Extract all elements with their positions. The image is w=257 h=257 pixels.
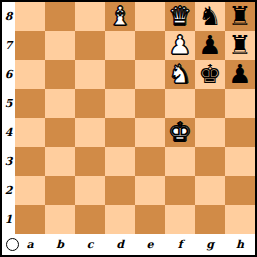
- square-g1[interactable]: [195, 205, 225, 234]
- white-knight-f6[interactable]: ♞: [168, 61, 191, 87]
- square-b1[interactable]: [45, 205, 75, 234]
- square-g7[interactable]: ♟: [195, 31, 225, 60]
- file-label-c: c: [75, 234, 105, 255]
- square-g2[interactable]: [195, 176, 225, 205]
- rank-label-6: 6: [2, 60, 15, 89]
- square-e4[interactable]: [135, 118, 165, 147]
- chess-diagram: 87654321 ♝♛♞♜♟♟♜♞♚♟♚ abcdefgh: [0, 0, 257, 257]
- black-king-g6[interactable]: ♚: [198, 61, 221, 87]
- square-h6[interactable]: ♟: [225, 60, 255, 89]
- square-g8[interactable]: ♞: [195, 2, 225, 31]
- square-f5[interactable]: [165, 89, 195, 118]
- black-rook-h7[interactable]: ♜: [228, 32, 251, 58]
- square-a8[interactable]: [15, 2, 45, 31]
- square-f1[interactable]: [165, 205, 195, 234]
- rank-label-8: 8: [2, 2, 15, 31]
- square-g5[interactable]: [195, 89, 225, 118]
- square-f7[interactable]: ♟: [165, 31, 195, 60]
- file-label-b: b: [45, 234, 75, 255]
- white-queen-f8[interactable]: ♛: [168, 3, 191, 29]
- square-a7[interactable]: [15, 31, 45, 60]
- black-rook-h8[interactable]: ♜: [228, 3, 251, 29]
- square-g6[interactable]: ♚: [195, 60, 225, 89]
- square-c3[interactable]: [75, 147, 105, 176]
- move-indicator-cell: [2, 234, 15, 255]
- square-e5[interactable]: [135, 89, 165, 118]
- square-h7[interactable]: ♜: [225, 31, 255, 60]
- square-b6[interactable]: [45, 60, 75, 89]
- file-label-e: e: [135, 234, 165, 255]
- rank-label-5: 5: [2, 89, 15, 118]
- square-c5[interactable]: [75, 89, 105, 118]
- white-pawn-f7[interactable]: ♟: [168, 32, 191, 58]
- square-d7[interactable]: [105, 31, 135, 60]
- square-f3[interactable]: [165, 147, 195, 176]
- square-a6[interactable]: [15, 60, 45, 89]
- square-e2[interactable]: [135, 176, 165, 205]
- diagram-inner: 87654321 ♝♛♞♜♟♟♜♞♚♟♚ abcdefgh: [2, 2, 255, 255]
- square-b3[interactable]: [45, 147, 75, 176]
- black-pawn-h6[interactable]: ♟: [228, 61, 251, 87]
- square-e3[interactable]: [135, 147, 165, 176]
- square-b8[interactable]: [45, 2, 75, 31]
- rank-label-2: 2: [2, 176, 15, 205]
- square-c8[interactable]: [75, 2, 105, 31]
- square-h4[interactable]: [225, 118, 255, 147]
- white-king-f4[interactable]: ♚: [168, 119, 191, 145]
- black-knight-g8[interactable]: ♞: [198, 3, 221, 29]
- square-f8[interactable]: ♛: [165, 2, 195, 31]
- square-c7[interactable]: [75, 31, 105, 60]
- file-label-d: d: [105, 234, 135, 255]
- chess-board[interactable]: ♝♛♞♜♟♟♜♞♚♟♚: [15, 2, 255, 234]
- square-d6[interactable]: [105, 60, 135, 89]
- square-d4[interactable]: [105, 118, 135, 147]
- black-pawn-g7[interactable]: ♟: [198, 32, 221, 58]
- square-h5[interactable]: [225, 89, 255, 118]
- square-e6[interactable]: [135, 60, 165, 89]
- square-f6[interactable]: ♞: [165, 60, 195, 89]
- file-label-g: g: [195, 234, 225, 255]
- square-b5[interactable]: [45, 89, 75, 118]
- square-b4[interactable]: [45, 118, 75, 147]
- file-label-f: f: [165, 234, 195, 255]
- rank-labels: 87654321: [2, 2, 15, 234]
- rank-label-7: 7: [2, 31, 15, 60]
- rank-label-3: 3: [2, 147, 15, 176]
- square-c4[interactable]: [75, 118, 105, 147]
- square-a5[interactable]: [15, 89, 45, 118]
- square-h2[interactable]: [225, 176, 255, 205]
- square-b7[interactable]: [45, 31, 75, 60]
- square-h8[interactable]: ♜: [225, 2, 255, 31]
- square-e7[interactable]: [135, 31, 165, 60]
- rank-label-4: 4: [2, 118, 15, 147]
- square-g4[interactable]: [195, 118, 225, 147]
- square-f4[interactable]: ♚: [165, 118, 195, 147]
- file-labels: abcdefgh: [15, 234, 255, 255]
- square-c6[interactable]: [75, 60, 105, 89]
- square-a1[interactable]: [15, 205, 45, 234]
- square-e1[interactable]: [135, 205, 165, 234]
- square-f2[interactable]: [165, 176, 195, 205]
- square-d2[interactable]: [105, 176, 135, 205]
- square-h3[interactable]: [225, 147, 255, 176]
- rank-label-1: 1: [2, 205, 15, 234]
- square-h1[interactable]: [225, 205, 255, 234]
- square-e8[interactable]: [135, 2, 165, 31]
- square-c1[interactable]: [75, 205, 105, 234]
- square-d8[interactable]: ♝: [105, 2, 135, 31]
- square-d1[interactable]: [105, 205, 135, 234]
- square-d3[interactable]: [105, 147, 135, 176]
- square-d5[interactable]: [105, 89, 135, 118]
- file-label-h: h: [225, 234, 255, 255]
- white-bishop-d8[interactable]: ♝: [108, 3, 131, 29]
- square-a3[interactable]: [15, 147, 45, 176]
- square-a2[interactable]: [15, 176, 45, 205]
- square-g3[interactable]: [195, 147, 225, 176]
- square-c2[interactable]: [75, 176, 105, 205]
- square-a4[interactable]: [15, 118, 45, 147]
- square-b2[interactable]: [45, 176, 75, 205]
- file-label-a: a: [15, 234, 45, 255]
